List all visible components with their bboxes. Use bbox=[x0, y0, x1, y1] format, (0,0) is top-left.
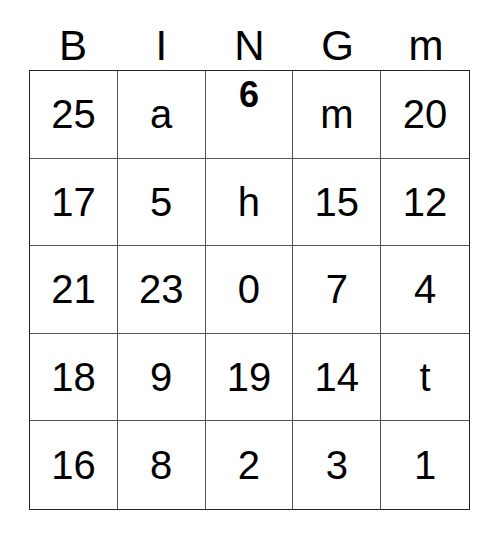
cell-r2c2[interactable]: 5 bbox=[118, 159, 206, 247]
cell-r2c4[interactable]: 15 bbox=[293, 159, 381, 247]
cell-r1c2[interactable]: a bbox=[118, 71, 206, 159]
cell-r5c1[interactable]: 16 bbox=[30, 421, 118, 509]
cell-r4c2[interactable]: 9 bbox=[118, 334, 206, 422]
header-letter-n: N bbox=[205, 0, 293, 73]
cell-r3c2[interactable]: 23 bbox=[118, 246, 206, 334]
cell-r3c3[interactable]: 0 bbox=[206, 246, 294, 334]
bingo-board: 25 a 6 m 20 17 5 h 15 12 21 23 0 7 4 18 … bbox=[29, 70, 470, 510]
header-letter-m: m bbox=[382, 0, 470, 73]
cell-r1c1[interactable]: 25 bbox=[30, 71, 118, 159]
cell-r5c3[interactable]: 2 bbox=[206, 421, 294, 509]
header-letter-g: G bbox=[294, 0, 382, 73]
cell-r4c4[interactable]: 14 bbox=[293, 334, 381, 422]
bingo-header-row: B I N G m bbox=[29, 0, 470, 73]
cell-r4c5[interactable]: t bbox=[381, 334, 469, 422]
cell-r2c5[interactable]: 12 bbox=[381, 159, 469, 247]
cell-r3c5[interactable]: 4 bbox=[381, 246, 469, 334]
cell-r2c1[interactable]: 17 bbox=[30, 159, 118, 247]
cell-r4c1[interactable]: 18 bbox=[30, 334, 118, 422]
cell-r5c5[interactable]: 1 bbox=[381, 421, 469, 509]
header-letter-b: B bbox=[29, 0, 117, 73]
cell-r4c3[interactable]: 19 bbox=[206, 334, 294, 422]
cell-r5c2[interactable]: 8 bbox=[118, 421, 206, 509]
cell-r1c3-marked[interactable]: 6 bbox=[206, 71, 294, 159]
header-letter-i: I bbox=[117, 0, 205, 73]
cell-r3c4[interactable]: 7 bbox=[293, 246, 381, 334]
cell-r2c3[interactable]: h bbox=[206, 159, 294, 247]
cell-r3c1[interactable]: 21 bbox=[30, 246, 118, 334]
cell-r1c5[interactable]: 20 bbox=[381, 71, 469, 159]
cell-r1c4[interactable]: m bbox=[293, 71, 381, 159]
cell-r5c4[interactable]: 3 bbox=[293, 421, 381, 509]
